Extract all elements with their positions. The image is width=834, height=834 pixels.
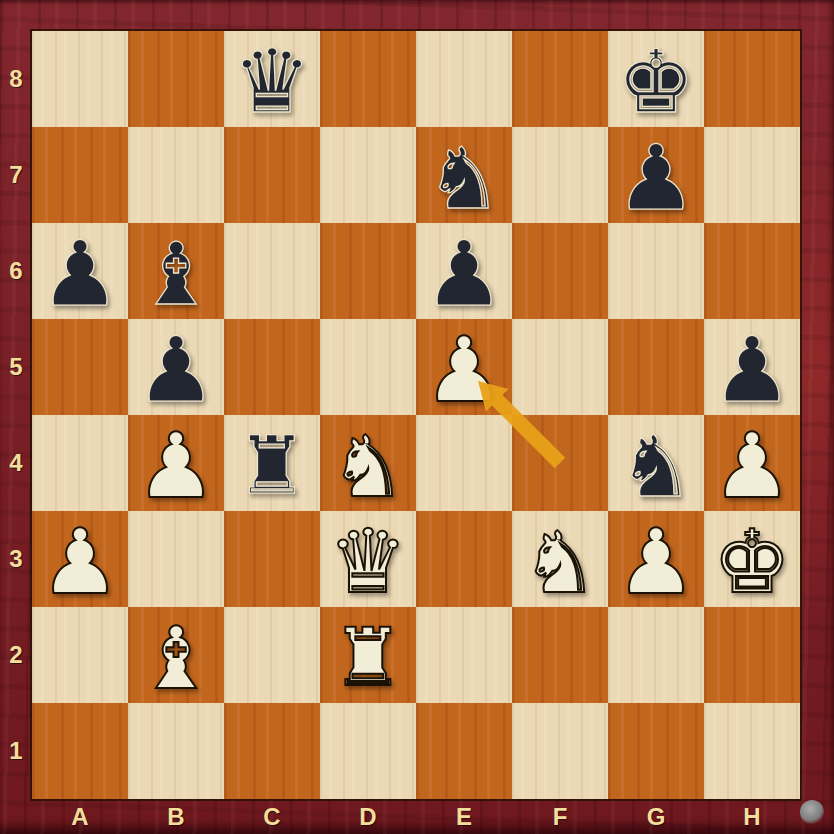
square-e4[interactable] [416, 415, 512, 511]
rank-label-1: 1 [0, 703, 32, 799]
white-pawn-e5[interactable]: ♟ [424, 325, 505, 415]
rank-label-4: 4 [0, 415, 32, 511]
white-pawn-a3[interactable]: ♟ [40, 517, 121, 607]
black-knight-e7[interactable]: ♞ [426, 136, 502, 221]
square-a2[interactable] [32, 607, 128, 703]
file-labels: ABCDEFGH [32, 799, 800, 834]
square-g5[interactable] [608, 319, 704, 415]
square-d5[interactable] [320, 319, 416, 415]
file-label-e: E [416, 799, 512, 834]
square-b7[interactable] [128, 127, 224, 223]
square-g4[interactable]: ♞ [608, 415, 704, 511]
square-h3[interactable]: ♚ [704, 511, 800, 607]
file-label-b: B [128, 799, 224, 834]
square-g6[interactable] [608, 223, 704, 319]
chess-board: ♛♚♞♟♟♝♟♟♟♟♟♜♞♞♟♟♛♞♟♚♝♜ [32, 31, 800, 799]
white-bishop-b2[interactable]: ♝ [137, 615, 214, 701]
square-a8[interactable] [32, 31, 128, 127]
square-e5[interactable]: ♟ [416, 319, 512, 415]
file-label-d: D [320, 799, 416, 834]
square-d7[interactable] [320, 127, 416, 223]
square-h8[interactable] [704, 31, 800, 127]
white-king-h3[interactable]: ♚ [713, 519, 791, 606]
square-b4[interactable]: ♟ [128, 415, 224, 511]
square-b3[interactable] [128, 511, 224, 607]
square-c7[interactable] [224, 127, 320, 223]
black-pawn-g7[interactable]: ♟ [616, 133, 697, 223]
file-label-g: G [608, 799, 704, 834]
white-knight-d4[interactable]: ♞ [330, 424, 406, 509]
square-f6[interactable] [512, 223, 608, 319]
square-g8[interactable]: ♚ [608, 31, 704, 127]
square-f1[interactable] [512, 703, 608, 799]
square-d6[interactable] [320, 223, 416, 319]
black-bishop-b6[interactable]: ♝ [137, 231, 214, 317]
square-c1[interactable] [224, 703, 320, 799]
white-queen-d3[interactable]: ♛ [329, 518, 408, 606]
black-pawn-b5[interactable]: ♟ [136, 325, 217, 415]
white-pawn-h4[interactable]: ♟ [712, 421, 793, 511]
square-h6[interactable] [704, 223, 800, 319]
frame-corner-pin-icon [800, 800, 824, 824]
white-knight-f3[interactable]: ♞ [522, 520, 598, 605]
square-a6[interactable]: ♟ [32, 223, 128, 319]
square-b1[interactable] [128, 703, 224, 799]
square-e6[interactable]: ♟ [416, 223, 512, 319]
square-c3[interactable] [224, 511, 320, 607]
file-label-f: F [512, 799, 608, 834]
rank-labels: 87654321 [0, 31, 32, 799]
square-f7[interactable] [512, 127, 608, 223]
square-h4[interactable]: ♟ [704, 415, 800, 511]
square-a3[interactable]: ♟ [32, 511, 128, 607]
square-c2[interactable] [224, 607, 320, 703]
black-rook-c4[interactable]: ♜ [236, 426, 308, 506]
square-c8[interactable]: ♛ [224, 31, 320, 127]
white-pawn-b4[interactable]: ♟ [136, 421, 217, 511]
square-e2[interactable] [416, 607, 512, 703]
square-h5[interactable]: ♟ [704, 319, 800, 415]
black-king-g8[interactable]: ♚ [617, 39, 695, 126]
rank-label-5: 5 [0, 319, 32, 415]
square-e7[interactable]: ♞ [416, 127, 512, 223]
square-e1[interactable] [416, 703, 512, 799]
square-c4[interactable]: ♜ [224, 415, 320, 511]
square-h7[interactable] [704, 127, 800, 223]
square-f3[interactable]: ♞ [512, 511, 608, 607]
rank-label-6: 6 [0, 223, 32, 319]
rank-label-3: 3 [0, 511, 32, 607]
square-c6[interactable] [224, 223, 320, 319]
square-b6[interactable]: ♝ [128, 223, 224, 319]
rank-label-8: 8 [0, 31, 32, 127]
square-b8[interactable] [128, 31, 224, 127]
file-label-h: H [704, 799, 800, 834]
rank-label-7: 7 [0, 127, 32, 223]
square-f2[interactable] [512, 607, 608, 703]
square-h2[interactable] [704, 607, 800, 703]
white-rook-d2[interactable]: ♜ [332, 618, 404, 698]
square-d2[interactable]: ♜ [320, 607, 416, 703]
square-f4[interactable] [512, 415, 608, 511]
square-g7[interactable]: ♟ [608, 127, 704, 223]
square-h1[interactable] [704, 703, 800, 799]
square-g3[interactable]: ♟ [608, 511, 704, 607]
square-d8[interactable] [320, 31, 416, 127]
square-b2[interactable]: ♝ [128, 607, 224, 703]
square-a1[interactable] [32, 703, 128, 799]
file-label-c: C [224, 799, 320, 834]
square-a5[interactable] [32, 319, 128, 415]
black-pawn-a6[interactable]: ♟ [40, 229, 121, 319]
square-a4[interactable] [32, 415, 128, 511]
square-g2[interactable] [608, 607, 704, 703]
rank-label-2: 2 [0, 607, 32, 703]
square-d1[interactable] [320, 703, 416, 799]
square-b5[interactable]: ♟ [128, 319, 224, 415]
black-queen-c8[interactable]: ♛ [233, 38, 312, 126]
square-e8[interactable] [416, 31, 512, 127]
file-label-a: A [32, 799, 128, 834]
white-pawn-g3[interactable]: ♟ [616, 517, 697, 607]
square-c5[interactable] [224, 319, 320, 415]
square-a7[interactable] [32, 127, 128, 223]
square-d3[interactable]: ♛ [320, 511, 416, 607]
square-g1[interactable] [608, 703, 704, 799]
square-f5[interactable] [512, 319, 608, 415]
square-f8[interactable] [512, 31, 608, 127]
black-pawn-h5[interactable]: ♟ [712, 325, 793, 415]
square-d4[interactable]: ♞ [320, 415, 416, 511]
black-knight-g4[interactable]: ♞ [618, 424, 694, 509]
black-pawn-e6[interactable]: ♟ [424, 229, 505, 319]
square-e3[interactable] [416, 511, 512, 607]
board-frame: 87654321 ♛♚♞♟♟♝♟♟♟♟♟♜♞♞♟♟♛♞♟♚♝♜ ABCDEFGH [0, 0, 834, 834]
